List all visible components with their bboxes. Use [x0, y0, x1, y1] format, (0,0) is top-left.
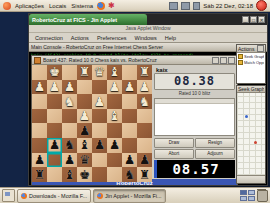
- white-king-piece[interactable]: ♚: [49, 65, 60, 79]
- square-g5[interactable]: [47, 123, 62, 138]
- square-e8[interactable]: ♚: [77, 167, 92, 182]
- seek-dot[interactable]: [245, 115, 248, 118]
- draw-button[interactable]: Draw: [154, 138, 194, 148]
- square-b3[interactable]: [122, 94, 137, 109]
- top-panel: AplicaçõesLocaisSistema ✱ Sáb 22 Dez, 02…: [0, 0, 270, 12]
- close-button[interactable]: ✕: [258, 16, 265, 23]
- square-f8[interactable]: ♝: [62, 167, 77, 182]
- square-g4[interactable]: [47, 109, 62, 124]
- square-h3[interactable]: [32, 94, 47, 109]
- panel-menu-sistema[interactable]: Sistema: [70, 3, 94, 9]
- black-pawn-piece[interactable]: ♟: [94, 138, 105, 152]
- seek-dot[interactable]: [254, 141, 257, 144]
- console-titlebar[interactable]: Main Console - RobertoCruz on Free Inter…: [29, 43, 267, 52]
- seek-graph-titlebar[interactable]: Seek Graph: [237, 86, 265, 93]
- black-rook-piece[interactable]: ♜: [139, 168, 150, 182]
- white-pawn-piece[interactable]: ♟: [64, 80, 75, 94]
- workspace-2[interactable]: [248, 190, 255, 195]
- workspace-1[interactable]: [240, 190, 247, 195]
- menubar: ConnectionActionsPreferencesWindowsHelp: [29, 33, 267, 43]
- square-e7[interactable]: ♛: [77, 153, 92, 168]
- firefox-icon: [21, 193, 27, 199]
- workspace-switcher[interactable]: [240, 190, 255, 201]
- square-f1[interactable]: [62, 65, 77, 80]
- action-item[interactable]: Seek Graph...: [238, 54, 264, 59]
- square-e2[interactable]: [77, 80, 92, 95]
- white-bishop-piece[interactable]: ♝: [109, 65, 120, 79]
- square-b8[interactable]: ♞: [122, 167, 137, 182]
- menu-actions[interactable]: Actions: [67, 35, 93, 41]
- seek-graph-window: Seek Graph: [236, 85, 266, 184]
- logout-icon[interactable]: [256, 0, 267, 11]
- square-f5[interactable]: [62, 123, 77, 138]
- seek-graph-plot[interactable]: [237, 93, 265, 175]
- square-b7[interactable]: ♟: [122, 153, 137, 168]
- minimize-button[interactable]: _: [242, 16, 249, 23]
- java-applet-banner: Java Applet Window: [29, 25, 267, 33]
- square-b4[interactable]: [122, 109, 137, 124]
- task-button[interactable]: Downloads - Mozilla F...: [17, 189, 91, 203]
- actions-list: Seek Graph...Match Opponent...: [237, 53, 265, 83]
- square-h5[interactable]: [32, 123, 47, 138]
- square-d2[interactable]: [92, 80, 107, 95]
- black-bishop-piece[interactable]: ♝: [79, 138, 90, 152]
- game-buttons: DrawResignAbortAdjourn: [154, 138, 235, 159]
- square-a3[interactable]: ♞: [137, 94, 152, 109]
- black-pawn-piece[interactable]: ♟: [109, 138, 120, 152]
- actions-window: Actions Seek Graph...Match Opponent...: [236, 44, 266, 84]
- black-pawn-piece[interactable]: ♟: [64, 153, 75, 167]
- abort-button[interactable]: Abort: [154, 149, 194, 159]
- square-g7[interactable]: [47, 153, 62, 168]
- action-item-icon: [238, 54, 243, 59]
- square-f3[interactable]: ♞: [62, 94, 77, 109]
- square-f7[interactable]: ♟: [62, 153, 77, 168]
- square-a7[interactable]: ♟: [137, 153, 152, 168]
- action-item-label: Seek Graph...: [244, 54, 264, 59]
- workspace-3[interactable]: [240, 196, 247, 201]
- white-pawn-piece[interactable]: ♟: [79, 109, 90, 123]
- panel-clock[interactable]: Sáb 22 Dez, 02:18: [203, 3, 253, 9]
- panel-menu-locais[interactable]: Locais: [48, 3, 67, 9]
- top-player-name: kaix: [154, 66, 235, 73]
- black-pawn-piece[interactable]: ♟: [79, 124, 90, 138]
- board-titlebar[interactable]: Board 437: Rated 10 0 Chess kaix vs. Rob…: [32, 56, 237, 65]
- white-knight-piece[interactable]: ♞: [139, 95, 150, 109]
- square-c7[interactable]: [107, 153, 122, 168]
- white-pawn-piece[interactable]: ♟: [94, 95, 105, 109]
- network-tray-icon[interactable]: [181, 2, 190, 10]
- square-g3[interactable]: [47, 94, 62, 109]
- actions-minimize-icon[interactable]: [257, 45, 264, 52]
- game-panel: kaix 08.38 Rated 10 0 blitz DrawResignAb…: [152, 65, 237, 179]
- menu-connection[interactable]: Connection: [31, 35, 67, 41]
- white-rook-piece[interactable]: ♜: [139, 65, 150, 79]
- move-list[interactable]: [154, 98, 235, 136]
- black-pawn-piece[interactable]: ♟: [34, 153, 45, 167]
- white-pawn-piece[interactable]: ♟: [49, 80, 60, 94]
- square-h6[interactable]: [32, 138, 47, 153]
- package-launcher-icon[interactable]: ✱: [108, 2, 115, 10]
- square-h8[interactable]: ♜: [32, 167, 47, 182]
- console-title: Main Console - RobertoCruz on Free Inter…: [31, 44, 249, 50]
- square-f2[interactable]: ♟: [62, 80, 77, 95]
- white-pawn-piece[interactable]: ♟: [109, 80, 120, 94]
- square-a1[interactable]: ♜: [137, 65, 152, 80]
- square-a2[interactable]: ♟: [137, 80, 152, 95]
- action-item[interactable]: Match Opponent...: [238, 60, 264, 65]
- firefox-launcher-icon[interactable]: [97, 2, 105, 10]
- board-close-icon[interactable]: [228, 57, 235, 64]
- menu-windows[interactable]: Windows: [131, 35, 161, 41]
- square-h4[interactable]: [32, 109, 47, 124]
- white-pawn-piece[interactable]: ♟: [139, 80, 150, 94]
- black-bishop-piece[interactable]: ♝: [64, 168, 75, 182]
- chess-board[interactable]: ♚♜♛♝♜♟♟♟♟♟♟♞♟♞♟♝♟♟♞♝♟♟♟♟♛♟♟♜♝♚♞♜: [32, 65, 152, 182]
- board-window-icon: [34, 57, 41, 64]
- white-pawn-piece[interactable]: ♟: [34, 80, 45, 94]
- top-player-clock: 08.38: [154, 73, 235, 90]
- trash-icon[interactable]: [257, 190, 268, 202]
- square-b5[interactable]: [122, 123, 137, 138]
- resign-button[interactable]: Resign: [195, 138, 235, 148]
- square-c4[interactable]: ♝: [107, 109, 122, 124]
- square-e1[interactable]: ♜: [77, 65, 92, 80]
- square-c3[interactable]: [107, 94, 122, 109]
- maximize-button[interactable]: □: [250, 16, 257, 23]
- square-d5[interactable]: [92, 123, 107, 138]
- white-knight-piece[interactable]: ♞: [64, 95, 75, 109]
- square-a8[interactable]: ♜: [137, 167, 152, 182]
- square-a6[interactable]: [137, 138, 152, 153]
- square-f6[interactable]: ♞: [62, 138, 77, 153]
- board-maximize-icon[interactable]: [220, 57, 227, 64]
- square-a5[interactable]: [137, 123, 152, 138]
- square-f4[interactable]: [62, 109, 77, 124]
- firefox-icon: [97, 193, 103, 199]
- action-item-icon: [238, 60, 243, 65]
- white-bishop-piece[interactable]: ♝: [109, 109, 120, 123]
- square-g1[interactable]: ♚: [47, 65, 62, 80]
- square-d1[interactable]: ♛: [92, 65, 107, 80]
- square-b6[interactable]: [122, 138, 137, 153]
- white-pawn-piece[interactable]: ♟: [124, 80, 135, 94]
- game-info-label: Rated 10 0 blitz: [154, 90, 235, 97]
- move-list-header: [155, 99, 234, 104]
- board-window: Board 437: Rated 10 0 Chess kaix vs. Rob…: [31, 55, 238, 185]
- square-g2[interactable]: ♟: [47, 80, 62, 95]
- seek-graph-title: Seek Graph: [238, 86, 264, 92]
- menu-help[interactable]: Help: [161, 35, 180, 41]
- bottom-player-clock: 08.57: [154, 160, 235, 178]
- bottom-panel: Downloads - Mozilla F...Jin Applet - Moz…: [0, 187, 270, 203]
- window-title: RobertoCruz at FICS - Jin Applet: [29, 14, 147, 25]
- task-label: Jin Applet - Mozilla Fi...: [105, 193, 162, 199]
- black-knight-piece[interactable]: ♞: [64, 138, 75, 152]
- square-d8[interactable]: [92, 167, 107, 182]
- square-a4[interactable]: [137, 109, 152, 124]
- board-window-title: Board 437: Rated 10 0 Chess kaix vs. Rob…: [43, 57, 211, 63]
- square-h1[interactable]: [32, 65, 47, 80]
- square-b2[interactable]: ♟: [122, 80, 137, 95]
- square-d3[interactable]: ♟: [92, 94, 107, 109]
- square-e3[interactable]: [77, 94, 92, 109]
- square-h2[interactable]: ♟: [32, 80, 47, 95]
- square-c8[interactable]: [107, 167, 122, 182]
- actions-title: Actions: [238, 46, 256, 52]
- distro-icon[interactable]: [3, 2, 11, 10]
- display-tray-icon[interactable]: [169, 2, 178, 10]
- square-b1[interactable]: [122, 65, 137, 80]
- top-panel-menus: AplicaçõesLocaisSistema: [14, 3, 94, 9]
- action-item-label: Match Opponent...: [244, 60, 264, 65]
- square-c5[interactable]: [107, 123, 122, 138]
- actions-titlebar[interactable]: Actions: [237, 45, 265, 53]
- black-knight-piece[interactable]: ♞: [124, 168, 135, 182]
- adjourn-button[interactable]: Adjourn: [195, 149, 235, 159]
- square-e5[interactable]: ♟: [77, 123, 92, 138]
- workspace-4[interactable]: [248, 196, 255, 201]
- jin-applet-window: RobertoCruz at FICS - Jin Applet _ □ ✕ J…: [28, 13, 268, 186]
- square-c1[interactable]: ♝: [107, 65, 122, 80]
- task-list: Downloads - Mozilla F...Jin Applet - Moz…: [17, 189, 166, 203]
- black-pawn-piece[interactable]: ♟: [139, 153, 150, 167]
- square-d4[interactable]: [92, 109, 107, 124]
- task-label: Downloads - Mozilla F...: [29, 193, 87, 199]
- black-pawn-piece[interactable]: ♟: [49, 138, 60, 152]
- volume-tray-icon[interactable]: [193, 2, 200, 10]
- square-c6[interactable]: ♟: [107, 138, 122, 153]
- black-queen-piece[interactable]: ♛: [79, 153, 90, 167]
- square-g6[interactable]: ♟: [47, 138, 62, 153]
- task-button[interactable]: Jin Applet - Mozilla Fi...: [93, 189, 166, 203]
- square-e6[interactable]: ♝: [77, 138, 92, 153]
- black-pawn-piece[interactable]: ♟: [124, 153, 135, 167]
- show-desktop-icon[interactable]: [2, 189, 15, 202]
- black-king-piece[interactable]: ♚: [79, 168, 90, 182]
- square-c2[interactable]: ♟: [107, 80, 122, 95]
- board-minimize-icon[interactable]: [212, 57, 219, 64]
- black-rook-piece[interactable]: ♜: [34, 168, 45, 182]
- white-rook-piece[interactable]: ♜: [79, 65, 90, 79]
- white-queen-piece[interactable]: ♛: [94, 65, 105, 79]
- seek-graph-footer: [237, 175, 265, 183]
- square-e4[interactable]: ♟: [77, 109, 92, 124]
- square-d7[interactable]: [92, 153, 107, 168]
- menu-preferences[interactable]: Preferences: [93, 35, 131, 41]
- square-d6[interactable]: ♟: [92, 138, 107, 153]
- window-titlebar[interactable]: RobertoCruz at FICS - Jin Applet _ □ ✕: [29, 14, 267, 25]
- panel-menu-aplicações[interactable]: Aplicações: [14, 3, 45, 9]
- mdi-area: Main Console - RobertoCruz on Free Inter…: [29, 43, 267, 185]
- square-g8[interactable]: [47, 167, 62, 182]
- square-h7[interactable]: ♟: [32, 153, 47, 168]
